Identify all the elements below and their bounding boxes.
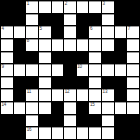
clue-number-7: 7 (128, 27, 130, 32)
grid-cell-r10c3[interactable] (26, 115, 38, 127)
grid-cell-r10c6[interactable] (64, 115, 76, 127)
block-cell-r2c10 (115, 14, 127, 26)
grid-cell-r1c5[interactable] (52, 1, 64, 13)
grid-cell-r3c6[interactable] (64, 26, 76, 38)
block-cell-r7c6 (64, 77, 76, 89)
grid-cell-r8c6[interactable]: 12 (64, 89, 76, 101)
grid-cell-r6c4[interactable] (39, 64, 51, 76)
block-cell-r7c5 (52, 77, 64, 89)
clue-number-15: 15 (90, 103, 95, 108)
grid-cell-r3c9[interactable] (102, 26, 114, 38)
grid-cell-r3c10[interactable] (115, 26, 127, 38)
block-cell-r2c7 (77, 14, 89, 26)
block-cell-r8c2 (14, 89, 26, 101)
block-cell-r9c7 (77, 102, 89, 114)
crossword-grid: 12345678910111213141516 (0, 0, 140, 140)
grid-cell-r6c3[interactable] (26, 64, 38, 76)
grid-cell-r9c1[interactable]: 14 (1, 102, 13, 114)
grid-cell-r3c8[interactable]: 6 (89, 26, 101, 38)
block-cell-r11c2 (14, 127, 26, 139)
block-cell-r10c1 (1, 115, 13, 127)
grid-cell-r8c3[interactable]: 11 (26, 89, 38, 101)
grid-cell-r5c1[interactable] (1, 52, 13, 64)
block-cell-r2c5 (52, 14, 64, 26)
clue-number-1: 1 (27, 2, 29, 7)
grid-cell-r3c4[interactable]: 5 (39, 26, 51, 38)
block-cell-r10c11 (127, 115, 139, 127)
block-cell-r4c2 (14, 39, 26, 51)
block-cell-r10c7 (77, 115, 89, 127)
grid-cell-r11c8[interactable] (89, 127, 101, 139)
block-cell-r10c4 (39, 115, 51, 127)
grid-cell-r4c4[interactable] (39, 39, 51, 51)
clue-number-13: 13 (103, 90, 108, 95)
block-cell-r1c11 (127, 1, 139, 13)
grid-cell-r6c11[interactable] (127, 64, 139, 76)
block-cell-r4c10 (115, 39, 127, 51)
clue-number-2: 2 (65, 2, 67, 7)
grid-cell-r4c5[interactable] (52, 39, 64, 51)
grid-cell-r8c1[interactable] (1, 89, 13, 101)
clue-number-9: 9 (2, 65, 4, 70)
grid-cell-r7c8[interactable] (89, 77, 101, 89)
grid-cell-r7c4[interactable] (39, 77, 51, 89)
block-cell-r7c2 (14, 77, 26, 89)
grid-cell-r9c2[interactable] (14, 102, 26, 114)
clue-number-6: 6 (90, 27, 92, 32)
grid-cell-r2c3[interactable] (26, 14, 38, 26)
block-cell-r1c2 (14, 1, 26, 13)
grid-cell-r9c11[interactable] (127, 102, 139, 114)
grid-cell-r8c7[interactable] (77, 89, 89, 101)
grid-cell-r5c11[interactable] (127, 52, 139, 64)
grid-cell-r9c4[interactable] (39, 102, 51, 114)
block-cell-r2c11 (127, 14, 139, 26)
grid-cell-r6c7[interactable]: 10 (77, 64, 89, 76)
grid-cell-r11c5[interactable] (52, 127, 64, 139)
grid-cell-r11c6[interactable] (64, 127, 76, 139)
clue-number-8: 8 (27, 39, 29, 44)
grid-cell-r4c11[interactable] (127, 39, 139, 51)
grid-cell-r4c3[interactable]: 8 (26, 39, 38, 51)
block-cell-r2c4 (39, 14, 51, 26)
grid-cell-r11c4[interactable] (39, 127, 51, 139)
grid-cell-r9c8[interactable]: 15 (89, 102, 101, 114)
grid-cell-r1c8[interactable] (89, 1, 101, 13)
grid-cell-r6c1[interactable]: 9 (1, 64, 13, 76)
block-cell-r3c5 (52, 26, 64, 38)
block-cell-r10c5 (52, 115, 64, 127)
block-cell-r7c10 (115, 77, 127, 89)
block-cell-r7c7 (77, 77, 89, 89)
clue-number-10: 10 (77, 65, 82, 70)
block-cell-r5c7 (77, 52, 89, 64)
block-cell-r5c9 (102, 52, 114, 64)
grid-cell-r9c10[interactable] (115, 102, 127, 114)
grid-cell-r8c11[interactable] (127, 89, 139, 101)
block-cell-r5c2 (14, 52, 26, 64)
grid-cell-r4c8[interactable] (89, 39, 101, 51)
block-cell-r2c2 (14, 14, 26, 26)
grid-cell-r7c1[interactable] (1, 77, 13, 89)
block-cell-r5c3 (26, 52, 38, 64)
block-cell-r5c5 (52, 52, 64, 64)
grid-cell-r1c3[interactable]: 1 (26, 1, 38, 13)
grid-cell-r9c6[interactable] (64, 102, 76, 114)
clue-number-14: 14 (2, 103, 7, 108)
grid-cell-r8c8[interactable] (89, 89, 101, 101)
block-cell-r7c9 (102, 77, 114, 89)
clue-number-12: 12 (65, 90, 70, 95)
grid-cell-r3c3[interactable] (26, 26, 38, 38)
clue-number-11: 11 (27, 90, 31, 95)
block-cell-r5c10 (115, 52, 127, 64)
block-cell-r7c3 (26, 77, 38, 89)
block-cell-r9c5 (52, 102, 64, 114)
clue-number-5: 5 (39, 27, 41, 32)
grid-cell-r6c9[interactable] (102, 64, 114, 76)
block-cell-r11c10 (115, 127, 127, 139)
grid-cell-r4c6[interactable] (64, 39, 76, 51)
grid-cell-r4c7[interactable] (77, 39, 89, 51)
clue-number-3: 3 (103, 2, 105, 7)
grid-cell-r2c6[interactable] (64, 14, 76, 26)
grid-cell-r11c3[interactable]: 16 (26, 127, 38, 139)
grid-cell-r4c1[interactable] (1, 39, 13, 51)
grid-cell-r1c4[interactable] (39, 1, 51, 13)
block-cell-r10c10 (115, 115, 127, 127)
grid-cell-r8c4[interactable] (39, 89, 51, 101)
block-cell-r2c1 (1, 14, 13, 26)
block-cell-r2c8 (89, 14, 101, 26)
grid-cell-r11c7[interactable] (77, 127, 89, 139)
grid-cell-r3c11[interactable]: 7 (127, 26, 139, 38)
block-cell-r11c1 (1, 127, 13, 139)
grid-cell-r8c9[interactable]: 13 (102, 89, 114, 101)
grid-cell-r9c3[interactable] (26, 102, 38, 114)
grid-cell-r1c9[interactable]: 3 (102, 1, 114, 13)
grid-cell-r5c4[interactable] (39, 52, 51, 64)
block-cell-r8c10 (115, 89, 127, 101)
grid-cell-r1c6[interactable]: 2 (64, 1, 76, 13)
grid-cell-r10c9[interactable] (102, 115, 114, 127)
grid-cell-r6c10[interactable] (115, 64, 127, 76)
grid-cell-r11c9[interactable] (102, 127, 114, 139)
grid-cell-r8c5[interactable] (52, 89, 64, 101)
grid-cell-r3c1[interactable]: 4 (1, 26, 13, 38)
grid-cell-r1c7[interactable] (77, 1, 89, 13)
block-cell-r11c11 (127, 127, 139, 139)
grid-cell-r5c8[interactable] (89, 52, 101, 64)
clue-number-16: 16 (27, 128, 32, 133)
block-cell-r3c7 (77, 26, 89, 38)
grid-cell-r7c11[interactable] (127, 77, 139, 89)
grid-cell-r2c9[interactable] (102, 14, 114, 26)
grid-cell-r4c9[interactable] (102, 39, 114, 51)
grid-cell-r6c5[interactable] (52, 64, 64, 76)
grid-cell-r6c2[interactable] (14, 64, 26, 76)
block-cell-r1c1 (1, 1, 13, 13)
clue-number-4: 4 (2, 27, 4, 32)
block-cell-r1c10 (115, 1, 127, 13)
block-cell-r5c6 (64, 52, 76, 64)
grid-cell-r6c8[interactable] (89, 64, 101, 76)
block-cell-r10c8 (89, 115, 101, 127)
grid-cell-r9c9[interactable] (102, 102, 114, 114)
grid-cell-r3c2[interactable] (14, 26, 26, 38)
block-cell-r6c6 (64, 64, 76, 76)
block-cell-r10c2 (14, 115, 26, 127)
